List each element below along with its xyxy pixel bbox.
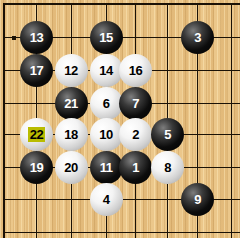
stone-number: 11 bbox=[100, 161, 113, 174]
stone-number: 14 bbox=[99, 64, 112, 77]
stone-black: 9 bbox=[181, 183, 214, 216]
grid-line-vertical bbox=[231, 3, 232, 238]
stone-number: 6 bbox=[103, 97, 110, 110]
stone-black: 17 bbox=[20, 54, 53, 87]
stone-black: 1 bbox=[119, 151, 152, 184]
stone-white: 2 bbox=[119, 118, 152, 151]
stone-number: 12 bbox=[64, 64, 77, 77]
stone-number: 7 bbox=[132, 97, 139, 110]
stone-number: 21 bbox=[64, 97, 77, 110]
stone-black: 13 bbox=[20, 21, 53, 54]
stone-number: 1 bbox=[132, 161, 139, 174]
stone-white: 20 bbox=[55, 151, 88, 184]
stone-white: 10 bbox=[90, 118, 123, 151]
stone-black: 7 bbox=[119, 87, 152, 120]
stone-number: 3 bbox=[194, 31, 201, 44]
stone-black: 3 bbox=[181, 21, 214, 54]
stone-number: 2 bbox=[132, 128, 139, 141]
stone-number: 13 bbox=[30, 31, 43, 44]
stone-number: 19 bbox=[30, 161, 43, 174]
go-board[interactable]: 13153171214162167221810251920111849 bbox=[0, 0, 240, 238]
stone-black: 19 bbox=[20, 151, 53, 184]
stone-black: 5 bbox=[151, 118, 184, 151]
stone-white: 8 bbox=[151, 151, 184, 184]
stone-number: 8 bbox=[164, 161, 171, 174]
stone-white: 22 bbox=[20, 118, 53, 151]
board-edge-line-left bbox=[3, 3, 5, 238]
stone-number: 15 bbox=[99, 31, 112, 44]
stone-black: 11 bbox=[90, 151, 123, 184]
board-edge-line-top bbox=[3, 3, 240, 5]
stone-white: 6 bbox=[90, 87, 123, 120]
stone-number: 4 bbox=[103, 193, 110, 206]
grid-line-horizontal bbox=[3, 232, 240, 233]
star-point bbox=[12, 36, 16, 40]
stone-black: 21 bbox=[55, 87, 88, 120]
last-move-number-highlight: 22 bbox=[28, 127, 45, 142]
stone-white: 14 bbox=[90, 54, 123, 87]
stone-white: 18 bbox=[55, 118, 88, 151]
stone-number: 5 bbox=[164, 128, 171, 141]
stone-number: 9 bbox=[194, 193, 201, 206]
stone-white: 16 bbox=[119, 54, 152, 87]
stone-white: 4 bbox=[90, 183, 123, 216]
stone-white: 12 bbox=[55, 54, 88, 87]
stone-number: 20 bbox=[64, 161, 77, 174]
stone-number: 18 bbox=[64, 128, 77, 141]
stone-number: 10 bbox=[99, 128, 112, 141]
stone-number: 17 bbox=[30, 64, 43, 77]
stone-number: 16 bbox=[129, 64, 142, 77]
stone-black: 15 bbox=[90, 21, 123, 54]
